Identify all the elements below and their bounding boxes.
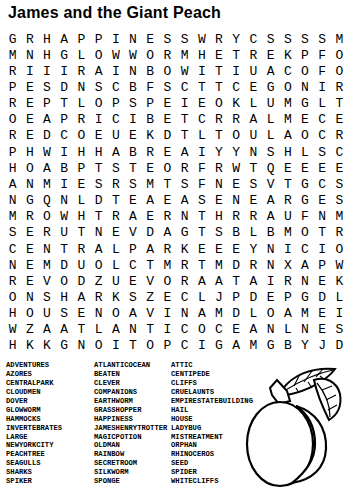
word-search-grid: GRHAPPINESSWRYCSSSSMMNHGLOWWORMHETREKPFO… bbox=[4, 31, 348, 354]
grid-cell: A bbox=[38, 112, 55, 128]
word-item: SILKWORM bbox=[94, 468, 167, 477]
grid-cell: G bbox=[296, 192, 313, 208]
grid-cell: A bbox=[245, 112, 262, 128]
grid-cell: R bbox=[107, 209, 124, 225]
grid-cell: B bbox=[142, 63, 159, 79]
grid-cell: E bbox=[73, 176, 90, 192]
grid-cell: N bbox=[21, 47, 38, 63]
grid-cell: C bbox=[176, 338, 193, 354]
grid-cell: G bbox=[296, 289, 313, 305]
grid-cell: T bbox=[90, 209, 107, 225]
grid-cell: I bbox=[159, 322, 176, 338]
grid-cell: O bbox=[56, 273, 73, 289]
word-item: OLDMAN bbox=[94, 441, 167, 450]
grid-cell: R bbox=[176, 160, 193, 176]
grid-cell: L bbox=[245, 225, 262, 241]
grid-cell: T bbox=[210, 79, 227, 95]
grid-cell: L bbox=[73, 47, 90, 63]
grid-cell: W bbox=[193, 31, 210, 47]
grid-cell: A bbox=[159, 225, 176, 241]
word-item: SECRETROOM bbox=[94, 459, 167, 468]
grid-cell: R bbox=[107, 176, 124, 192]
grid-cell: E bbox=[21, 225, 38, 241]
grid-cell: E bbox=[21, 257, 38, 273]
grid-cell: P bbox=[4, 79, 21, 95]
grid-cell: M bbox=[38, 176, 55, 192]
grid-cell: C bbox=[124, 257, 141, 273]
grid-cell: G bbox=[4, 31, 21, 47]
word-item: MAGICPOTION bbox=[94, 433, 167, 442]
grid-cell: A bbox=[176, 144, 193, 160]
grid-cell: P bbox=[38, 96, 55, 112]
word-item: NEWYORKCITY bbox=[6, 441, 62, 450]
grid-cell: T bbox=[210, 63, 227, 79]
grid-cell: S bbox=[176, 31, 193, 47]
grid-cell: R bbox=[331, 79, 348, 95]
grid-cell: C bbox=[245, 31, 262, 47]
grid-cell: G bbox=[176, 225, 193, 241]
grid-cell: R bbox=[4, 128, 21, 144]
grid-cell: E bbox=[159, 112, 176, 128]
grid-cell: G bbox=[262, 79, 279, 95]
grid-cell: N bbox=[245, 144, 262, 160]
grid-cell: U bbox=[262, 96, 279, 112]
grid-cell: Y bbox=[296, 338, 313, 354]
grid-cell: V bbox=[38, 273, 55, 289]
grid-cell: P bbox=[73, 160, 90, 176]
grid-cell: E bbox=[210, 192, 227, 208]
grid-cell: M bbox=[331, 209, 348, 225]
grid-cell: C bbox=[193, 112, 210, 128]
word-item: HAMMOCKS bbox=[6, 415, 62, 424]
peach-illustration bbox=[238, 362, 350, 490]
grid-cell: E bbox=[124, 273, 141, 289]
grid-cell: U bbox=[107, 128, 124, 144]
grid-cell: D bbox=[56, 79, 73, 95]
grid-cell: T bbox=[142, 322, 159, 338]
grid-cell: I bbox=[56, 176, 73, 192]
grid-cell: W bbox=[107, 47, 124, 63]
grid-cell: H bbox=[4, 338, 21, 354]
grid-cell: I bbox=[314, 241, 331, 257]
grid-cell: T bbox=[73, 225, 90, 241]
grid-cell: I bbox=[38, 63, 55, 79]
grid-cell: R bbox=[210, 160, 227, 176]
grid-cell: E bbox=[21, 79, 38, 95]
grid-cell: K bbox=[176, 241, 193, 257]
grid-cell: S bbox=[159, 31, 176, 47]
grid-cell: I bbox=[193, 63, 210, 79]
grid-cell: I bbox=[107, 63, 124, 79]
grid-cell: D bbox=[314, 289, 331, 305]
grid-cell: B bbox=[124, 79, 141, 95]
grid-cell: I bbox=[90, 112, 107, 128]
grid-cell: C bbox=[176, 289, 193, 305]
grid-cell: U bbox=[38, 306, 55, 322]
grid-cell: L bbox=[331, 289, 348, 305]
grid-cell: H bbox=[193, 47, 210, 63]
grid-cell: L bbox=[73, 192, 90, 208]
grid-cell: A bbox=[73, 289, 90, 305]
grid-cell: R bbox=[4, 273, 21, 289]
grid-cell: R bbox=[245, 257, 262, 273]
grid-cell: K bbox=[21, 338, 38, 354]
grid-cell: H bbox=[38, 31, 55, 47]
grid-cell: F bbox=[193, 176, 210, 192]
grid-cell: S bbox=[331, 192, 348, 208]
grid-cell: C bbox=[176, 79, 193, 95]
grid-cell: S bbox=[314, 144, 331, 160]
word-item: RAINBOW bbox=[94, 450, 167, 459]
grid-cell: A bbox=[56, 31, 73, 47]
grid-cell: O bbox=[21, 160, 38, 176]
grid-cell: O bbox=[210, 96, 227, 112]
grid-cell: C bbox=[314, 176, 331, 192]
grid-cell: O bbox=[107, 306, 124, 322]
word-list-column: ATLANTICOCEANBEATENCLEVERCOMPANIONSEARTH… bbox=[94, 361, 167, 486]
grid-cell: P bbox=[228, 289, 245, 305]
grid-cell: A bbox=[124, 306, 141, 322]
grid-cell: R bbox=[279, 273, 296, 289]
grid-cell: A bbox=[38, 322, 55, 338]
grid-cell: H bbox=[73, 144, 90, 160]
grid-cell: F bbox=[142, 79, 159, 95]
grid-cell: C bbox=[176, 322, 193, 338]
grid-cell: T bbox=[193, 209, 210, 225]
grid-cell: G bbox=[21, 192, 38, 208]
grid-cell: S bbox=[159, 79, 176, 95]
grid-cell: S bbox=[90, 79, 107, 95]
grid-cell: S bbox=[279, 31, 296, 47]
grid-cell: I bbox=[56, 144, 73, 160]
grid-cell: L bbox=[193, 289, 210, 305]
grid-cell: D bbox=[245, 289, 262, 305]
grid-cell: M bbox=[142, 176, 159, 192]
grid-cell: A bbox=[90, 63, 107, 79]
grid-cell: M bbox=[279, 225, 296, 241]
grid-cell: T bbox=[56, 96, 73, 112]
grid-cell: R bbox=[176, 273, 193, 289]
grid-cell: C bbox=[314, 112, 331, 128]
grid-cell: G bbox=[210, 338, 227, 354]
grid-cell: E bbox=[262, 47, 279, 63]
grid-cell: T bbox=[314, 225, 331, 241]
word-item: BEATEN bbox=[94, 370, 167, 379]
grid-cell: Q bbox=[262, 160, 279, 176]
word-item: DOVER bbox=[6, 397, 62, 406]
grid-cell: W bbox=[56, 209, 73, 225]
grid-cell: T bbox=[176, 112, 193, 128]
grid-cell: R bbox=[73, 63, 90, 79]
grid-cell: E bbox=[21, 96, 38, 112]
grid-cell: I bbox=[314, 79, 331, 95]
grid-cell: T bbox=[193, 257, 210, 273]
grid-cell: L bbox=[90, 322, 107, 338]
grid-cell: B bbox=[228, 225, 245, 241]
grid-cell: R bbox=[228, 112, 245, 128]
grid-cell: G bbox=[56, 47, 73, 63]
grid-cell: I bbox=[228, 63, 245, 79]
grid-cell: N bbox=[262, 322, 279, 338]
grid-cell: C bbox=[4, 241, 21, 257]
grid-cell: O bbox=[142, 47, 159, 63]
grid-cell: S bbox=[124, 289, 141, 305]
grid-cell: O bbox=[159, 160, 176, 176]
word-item: JAMESHENRYTROTTER bbox=[94, 424, 167, 433]
grid-cell: A bbox=[193, 306, 210, 322]
grid-cell: H bbox=[4, 160, 21, 176]
grid-cell: N bbox=[296, 79, 313, 95]
grid-cell: J bbox=[314, 338, 331, 354]
grid-cell: N bbox=[228, 192, 245, 208]
grid-cell: E bbox=[296, 112, 313, 128]
grid-cell: U bbox=[245, 128, 262, 144]
grid-cell: I bbox=[21, 63, 38, 79]
grid-cell: A bbox=[176, 192, 193, 208]
grid-cell: T bbox=[279, 176, 296, 192]
grid-cell: W bbox=[176, 63, 193, 79]
grid-cell: E bbox=[90, 128, 107, 144]
grid-cell: T bbox=[159, 176, 176, 192]
grid-cell: N bbox=[314, 209, 331, 225]
grid-cell: P bbox=[314, 257, 331, 273]
grid-cell: O bbox=[193, 322, 210, 338]
grid-cell: S bbox=[124, 96, 141, 112]
word-item: SHARKS bbox=[6, 468, 62, 477]
grid-cell: T bbox=[56, 241, 73, 257]
grid-cell: P bbox=[73, 31, 90, 47]
grid-cell: N bbox=[73, 79, 90, 95]
grid-cell: R bbox=[210, 31, 227, 47]
grid-cell: U bbox=[56, 225, 73, 241]
grid-cell: S bbox=[107, 160, 124, 176]
grid-cell: C bbox=[331, 144, 348, 160]
grid-cell: R bbox=[159, 209, 176, 225]
grid-cell: O bbox=[279, 79, 296, 95]
grid-cell: O bbox=[90, 338, 107, 354]
grid-cell: E bbox=[159, 289, 176, 305]
grid-cell: R bbox=[21, 209, 38, 225]
grid-cell: B bbox=[262, 225, 279, 241]
word-item: ATLANTICOCEAN bbox=[94, 361, 167, 370]
grid-cell: G bbox=[296, 96, 313, 112]
grid-cell: E bbox=[159, 144, 176, 160]
grid-cell: M bbox=[159, 257, 176, 273]
grid-cell: D bbox=[38, 128, 55, 144]
word-item: SEAGULLS bbox=[6, 459, 62, 468]
grid-cell: V bbox=[142, 273, 159, 289]
grid-cell: O bbox=[90, 257, 107, 273]
grid-cell: C bbox=[228, 79, 245, 95]
grid-cell: B bbox=[124, 144, 141, 160]
grid-cell: E bbox=[314, 306, 331, 322]
grid-cell: R bbox=[73, 241, 90, 257]
grid-cell: E bbox=[21, 128, 38, 144]
grid-cell: N bbox=[176, 306, 193, 322]
grid-cell: O bbox=[73, 128, 90, 144]
grid-cell: M bbox=[296, 306, 313, 322]
grid-cell: S bbox=[56, 306, 73, 322]
grid-cell: M bbox=[4, 47, 21, 63]
grid-cell: A bbox=[90, 241, 107, 257]
grid-cell: E bbox=[245, 79, 262, 95]
grid-cell: C bbox=[107, 79, 124, 95]
grid-cell: L bbox=[262, 128, 279, 144]
grid-cell: H bbox=[90, 144, 107, 160]
grid-cell: P bbox=[107, 96, 124, 112]
grid-cell: S bbox=[90, 176, 107, 192]
grid-cell: O bbox=[331, 63, 348, 79]
grid-cell: O bbox=[4, 289, 21, 305]
grid-cell: A bbox=[245, 322, 262, 338]
grid-cell: G bbox=[56, 338, 73, 354]
grid-cell: E bbox=[228, 322, 245, 338]
grid-cell: E bbox=[193, 241, 210, 257]
grid-cell: O bbox=[228, 128, 245, 144]
grid-cell: N bbox=[38, 241, 55, 257]
grid-cell: S bbox=[314, 31, 331, 47]
grid-cell: N bbox=[296, 322, 313, 338]
grid-cell: A bbox=[296, 257, 313, 273]
grid-cell: D bbox=[56, 257, 73, 273]
grid-cell: H bbox=[4, 306, 21, 322]
grid-cell: E bbox=[73, 306, 90, 322]
grid-cell: Y bbox=[210, 144, 227, 160]
grid-cell: I bbox=[193, 338, 210, 354]
grid-cell: S bbox=[262, 31, 279, 47]
grid-cell: B bbox=[279, 338, 296, 354]
grid-cell: L bbox=[314, 96, 331, 112]
grid-cell: T bbox=[142, 257, 159, 273]
grid-cell: L bbox=[279, 322, 296, 338]
grid-cell: I bbox=[279, 241, 296, 257]
grid-cell: T bbox=[228, 47, 245, 63]
grid-cell: D bbox=[228, 257, 245, 273]
grid-cell: T bbox=[193, 79, 210, 95]
grid-cell: G bbox=[296, 176, 313, 192]
word-item: ADVENTURES bbox=[6, 361, 62, 370]
grid-cell: C bbox=[279, 63, 296, 79]
grid-cell: P bbox=[124, 241, 141, 257]
grid-cell: B bbox=[142, 112, 159, 128]
grid-cell: N bbox=[90, 225, 107, 241]
grid-cell: Y bbox=[228, 31, 245, 47]
grid-cell: R bbox=[245, 209, 262, 225]
grid-cell: N bbox=[73, 338, 90, 354]
grid-cell: O bbox=[296, 63, 313, 79]
grid-cell: L bbox=[73, 96, 90, 112]
grid-cell: V bbox=[262, 176, 279, 192]
grid-cell: N bbox=[210, 176, 227, 192]
grid-cell: O bbox=[4, 112, 21, 128]
grid-cell: H bbox=[210, 209, 227, 225]
grid-cell: S bbox=[331, 176, 348, 192]
word-item: CLOUDMEN bbox=[6, 388, 62, 397]
grid-cell: I bbox=[331, 306, 348, 322]
word-item: HAPPINESS bbox=[94, 415, 167, 424]
grid-cell: S bbox=[124, 176, 141, 192]
grid-cell: N bbox=[262, 241, 279, 257]
grid-cell: E bbox=[228, 176, 245, 192]
grid-cell: E bbox=[193, 96, 210, 112]
grid-cell: N bbox=[296, 273, 313, 289]
grid-cell: S bbox=[176, 176, 193, 192]
grid-cell: E bbox=[314, 160, 331, 176]
grid-cell: A bbox=[107, 322, 124, 338]
grid-cell: A bbox=[262, 63, 279, 79]
grid-cell: N bbox=[4, 257, 21, 273]
grid-cell: E bbox=[228, 241, 245, 257]
grid-cell: R bbox=[279, 192, 296, 208]
grid-cell: G bbox=[262, 338, 279, 354]
grid-cell: W bbox=[38, 144, 55, 160]
grid-cell: O bbox=[38, 209, 55, 225]
worksheet-page: James and the Giant Peach GRHAPPINESSWRY… bbox=[0, 0, 354, 500]
grid-cell: W bbox=[228, 160, 245, 176]
grid-cell: E bbox=[21, 112, 38, 128]
grid-cell: L bbox=[245, 96, 262, 112]
grid-cell: E bbox=[262, 289, 279, 305]
grid-cell: E bbox=[159, 192, 176, 208]
grid-cell: D bbox=[331, 338, 348, 354]
grid-cell: A bbox=[4, 176, 21, 192]
grid-cell: H bbox=[38, 47, 55, 63]
grid-cell: R bbox=[90, 289, 107, 305]
grid-cell: M bbox=[279, 96, 296, 112]
word-item: SPONGE bbox=[94, 477, 167, 486]
grid-cell: O bbox=[142, 338, 159, 354]
grid-cell: A bbox=[56, 322, 73, 338]
grid-cell: E bbox=[314, 273, 331, 289]
grid-cell: E bbox=[124, 128, 141, 144]
grid-cell: C bbox=[56, 128, 73, 144]
grid-cell: F bbox=[296, 209, 313, 225]
grid-cell: R bbox=[210, 112, 227, 128]
grid-cell: O bbox=[90, 96, 107, 112]
grid-cell: C bbox=[296, 241, 313, 257]
grid-cell: F bbox=[314, 47, 331, 63]
grid-cell: T bbox=[331, 96, 348, 112]
grid-cell: N bbox=[21, 176, 38, 192]
grid-cell: M bbox=[245, 338, 262, 354]
word-item: INVERTEBRATES bbox=[6, 424, 62, 433]
grid-cell: O bbox=[331, 241, 348, 257]
grid-cell: E bbox=[21, 241, 38, 257]
grid-cell: R bbox=[21, 31, 38, 47]
word-item: GRASSHOPPER bbox=[94, 406, 167, 415]
grid-cell: R bbox=[176, 257, 193, 273]
grid-cell: T bbox=[124, 338, 141, 354]
grid-cell: R bbox=[38, 225, 55, 241]
grid-cell: C bbox=[107, 112, 124, 128]
grid-cell: I bbox=[124, 112, 141, 128]
grid-cell: N bbox=[124, 31, 141, 47]
grid-cell: K bbox=[331, 273, 348, 289]
grid-cell: O bbox=[296, 128, 313, 144]
grid-cell: R bbox=[73, 112, 90, 128]
grid-cell: Q bbox=[38, 192, 55, 208]
grid-cell: E bbox=[142, 160, 159, 176]
grid-cell: R bbox=[331, 225, 348, 241]
grid-cell: A bbox=[262, 209, 279, 225]
grid-cell: M bbox=[4, 209, 21, 225]
grid-cell: Z bbox=[142, 289, 159, 305]
grid-cell: N bbox=[21, 289, 38, 305]
grid-cell: C bbox=[210, 322, 227, 338]
grid-cell: S bbox=[193, 192, 210, 208]
grid-cell: Y bbox=[245, 241, 262, 257]
grid-cell: E bbox=[279, 160, 296, 176]
